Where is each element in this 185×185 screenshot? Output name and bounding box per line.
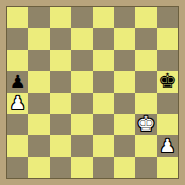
square-e2[interactable] (93, 135, 114, 156)
square-b4[interactable] (28, 93, 49, 114)
square-f1[interactable] (114, 157, 135, 178)
square-b7[interactable] (28, 28, 49, 49)
square-b5[interactable] (28, 71, 49, 92)
square-a6[interactable] (7, 50, 28, 71)
square-e5[interactable] (93, 71, 114, 92)
square-a2[interactable] (7, 135, 28, 156)
square-h4[interactable] (157, 93, 178, 114)
square-c1[interactable] (50, 157, 71, 178)
square-g1[interactable] (135, 157, 156, 178)
square-c7[interactable] (50, 28, 71, 49)
square-c5[interactable] (50, 71, 71, 92)
square-g2[interactable] (135, 135, 156, 156)
white-pawn[interactable]: ♟ (10, 94, 26, 112)
square-d8[interactable] (71, 7, 92, 28)
white-pawn[interactable]: ♟ (159, 136, 175, 154)
chess-board: ♟♚♟♚♟ (6, 6, 179, 179)
chess-board-frame: ♟♚♟♚♟ (0, 0, 185, 185)
square-h3[interactable] (157, 114, 178, 135)
square-b2[interactable] (28, 135, 49, 156)
square-a1[interactable] (7, 157, 28, 178)
square-d3[interactable] (71, 114, 92, 135)
square-a7[interactable] (7, 28, 28, 49)
square-g4[interactable] (135, 93, 156, 114)
square-e3[interactable] (93, 114, 114, 135)
square-e4[interactable] (93, 93, 114, 114)
square-b3[interactable] (28, 114, 49, 135)
square-h2[interactable]: ♟ (157, 135, 178, 156)
square-h7[interactable] (157, 28, 178, 49)
square-f6[interactable] (114, 50, 135, 71)
square-f2[interactable] (114, 135, 135, 156)
black-king[interactable]: ♚ (158, 71, 177, 92)
square-f7[interactable] (114, 28, 135, 49)
square-g8[interactable] (135, 7, 156, 28)
square-d5[interactable] (71, 71, 92, 92)
square-h6[interactable] (157, 50, 178, 71)
square-e7[interactable] (93, 28, 114, 49)
square-b6[interactable] (28, 50, 49, 71)
square-a4[interactable]: ♟ (7, 93, 28, 114)
square-g3[interactable]: ♚ (135, 114, 156, 135)
square-e1[interactable] (93, 157, 114, 178)
square-f5[interactable] (114, 71, 135, 92)
square-c2[interactable] (50, 135, 71, 156)
square-d2[interactable] (71, 135, 92, 156)
square-a3[interactable] (7, 114, 28, 135)
square-d1[interactable] (71, 157, 92, 178)
square-e8[interactable] (93, 7, 114, 28)
square-c8[interactable] (50, 7, 71, 28)
square-b8[interactable] (28, 7, 49, 28)
black-pawn[interactable]: ♟ (10, 72, 26, 90)
square-a5[interactable]: ♟ (7, 71, 28, 92)
square-g5[interactable] (135, 71, 156, 92)
square-c6[interactable] (50, 50, 71, 71)
square-c4[interactable] (50, 93, 71, 114)
square-h8[interactable] (157, 7, 178, 28)
square-d6[interactable] (71, 50, 92, 71)
square-h5[interactable]: ♚ (157, 71, 178, 92)
square-f3[interactable] (114, 114, 135, 135)
square-c3[interactable] (50, 114, 71, 135)
white-king[interactable]: ♚ (137, 114, 156, 135)
square-d4[interactable] (71, 93, 92, 114)
square-f4[interactable] (114, 93, 135, 114)
square-d7[interactable] (71, 28, 92, 49)
square-e6[interactable] (93, 50, 114, 71)
square-h1[interactable] (157, 157, 178, 178)
square-b1[interactable] (28, 157, 49, 178)
square-g7[interactable] (135, 28, 156, 49)
square-f8[interactable] (114, 7, 135, 28)
square-a8[interactable] (7, 7, 28, 28)
square-g6[interactable] (135, 50, 156, 71)
